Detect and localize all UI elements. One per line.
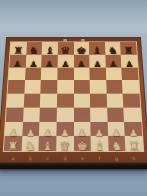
square-a6 xyxy=(8,67,25,80)
square-h7: ♟ xyxy=(121,55,138,68)
square-e6 xyxy=(74,67,90,80)
file-labels: abcdefgh xyxy=(4,156,143,161)
piece-wP-f2: ♟ xyxy=(95,128,104,137)
file-label-b: b xyxy=(29,156,32,161)
board-grid: ♜♞♝♛♚♝♞♜♟♟♟♟♟♟♟♟♟♟♟♟♟♟♟♟♜♞♝♛♚♝♞♜ xyxy=(3,41,145,152)
square-b8: ♞ xyxy=(26,42,42,54)
piece-wB-c1: ♝ xyxy=(42,140,54,152)
piece-bP-d7: ♟ xyxy=(61,60,70,68)
square-c3 xyxy=(40,107,57,121)
square-a3 xyxy=(6,107,24,121)
file-label-d: d xyxy=(64,156,67,161)
square-h6 xyxy=(122,67,139,80)
square-e3 xyxy=(74,107,91,121)
square-e7: ♟ xyxy=(74,55,90,68)
piece-wP-e2: ♟ xyxy=(77,128,86,137)
piece-bP-a7: ♟ xyxy=(13,60,22,68)
square-f6 xyxy=(90,67,106,80)
square-b4 xyxy=(23,94,40,108)
square-b1: ♞ xyxy=(21,136,39,151)
square-g7: ♟ xyxy=(105,55,121,68)
square-g3 xyxy=(107,107,124,121)
piece-wP-c2: ♟ xyxy=(43,128,52,137)
square-d2: ♟ xyxy=(56,122,73,137)
piece-bP-c7: ♟ xyxy=(45,60,54,68)
square-a8: ♜ xyxy=(10,42,26,54)
square-d6 xyxy=(57,67,73,80)
piece-wP-g2: ♟ xyxy=(112,128,122,137)
square-d7: ♟ xyxy=(57,55,73,68)
square-b7: ♟ xyxy=(25,55,41,68)
piece-bP-g7: ♟ xyxy=(109,60,118,68)
square-g2: ♟ xyxy=(107,122,125,137)
piece-wB-f1: ♝ xyxy=(94,140,106,152)
piece-bR-a8: ♜ xyxy=(13,46,24,56)
square-g4 xyxy=(106,94,123,108)
piece-bQ-d8: ♛ xyxy=(60,46,71,56)
square-b6 xyxy=(25,67,42,80)
square-b2: ♟ xyxy=(22,122,40,137)
square-c6 xyxy=(41,67,57,80)
square-h8: ♜ xyxy=(120,42,136,54)
square-g8: ♞ xyxy=(105,42,121,54)
square-a5 xyxy=(8,80,25,93)
piece-bP-e7: ♟ xyxy=(77,60,86,68)
square-b3 xyxy=(23,107,40,121)
file-label-g: g xyxy=(115,156,118,161)
square-h4 xyxy=(123,94,140,108)
square-d3 xyxy=(57,107,74,121)
square-d4 xyxy=(57,94,74,108)
square-h2: ♟ xyxy=(124,122,142,137)
board-frame: ♜♞♝♛♚♝♞♜♟♟♟♟♟♟♟♟♟♟♟♟♟♟♟♟♜♞♝♛♚♝♞♜ abcdefg… xyxy=(0,37,147,163)
board-front-edge xyxy=(0,162,147,169)
square-f4 xyxy=(90,94,107,108)
square-d1: ♛ xyxy=(56,136,73,151)
square-e1: ♚ xyxy=(74,136,91,151)
square-e4 xyxy=(74,94,91,108)
piece-bK-e8: ♚ xyxy=(76,46,87,56)
square-g5 xyxy=(106,80,123,93)
piece-bP-b7: ♟ xyxy=(29,60,38,68)
square-f1: ♝ xyxy=(91,136,109,151)
square-a2: ♟ xyxy=(5,122,23,137)
square-c4 xyxy=(40,94,57,108)
square-a1: ♜ xyxy=(4,136,22,151)
piece-wN-b1: ♞ xyxy=(24,140,36,152)
piece-wP-a2: ♟ xyxy=(9,128,19,137)
piece-wK-e1: ♚ xyxy=(76,140,88,152)
file-label-a: a xyxy=(11,156,14,161)
file-label-h: h xyxy=(132,156,135,161)
square-c5 xyxy=(41,80,58,93)
piece-wP-d2: ♟ xyxy=(60,128,69,137)
square-e2: ♟ xyxy=(74,122,91,137)
square-d5 xyxy=(57,80,73,93)
square-h3 xyxy=(124,107,142,121)
square-f7: ♟ xyxy=(89,55,105,68)
square-b5 xyxy=(24,80,41,93)
square-g6 xyxy=(106,67,123,80)
piece-wQ-d1: ♛ xyxy=(59,140,71,152)
square-d8: ♛ xyxy=(58,42,74,54)
square-e5 xyxy=(74,80,90,93)
square-f2: ♟ xyxy=(90,122,107,137)
file-label-e: e xyxy=(81,156,84,161)
square-a4 xyxy=(7,94,24,108)
square-c7: ♟ xyxy=(41,55,57,68)
piece-wP-b2: ♟ xyxy=(26,128,36,137)
piece-bB-c8: ♝ xyxy=(44,46,55,56)
square-c1: ♝ xyxy=(39,136,57,151)
piece-bN-b8: ♞ xyxy=(29,46,40,56)
square-f8: ♝ xyxy=(89,42,105,54)
piece-wR-h1: ♜ xyxy=(128,140,140,152)
square-h5 xyxy=(122,80,139,93)
piece-wR-a1: ♜ xyxy=(7,140,19,152)
piece-bB-f8: ♝ xyxy=(92,46,103,56)
square-c8: ♝ xyxy=(42,42,58,54)
piece-wN-g1: ♞ xyxy=(111,140,123,152)
file-label-c: c xyxy=(46,156,49,161)
square-f3 xyxy=(90,107,107,121)
piece-bR-h8: ♜ xyxy=(123,46,134,56)
file-label-f: f xyxy=(99,156,101,161)
photo-background: ♜♞♝♛♚♝♞♜♟♟♟♟♟♟♟♟♟♟♟♟♟♟♟♟♜♞♝♛♚♝♞♜ abcdefg… xyxy=(0,0,147,196)
square-g1: ♞ xyxy=(108,136,126,151)
chess-board: ♜♞♝♛♚♝♞♜♟♟♟♟♟♟♟♟♟♟♟♟♟♟♟♟♜♞♝♛♚♝♞♜ abcdefg… xyxy=(0,37,147,163)
square-f5 xyxy=(90,80,107,93)
square-a7: ♟ xyxy=(9,55,26,68)
piece-bP-f7: ♟ xyxy=(93,60,102,68)
piece-bP-h7: ♟ xyxy=(125,60,134,68)
square-e8: ♚ xyxy=(74,42,90,54)
square-c2: ♟ xyxy=(39,122,56,137)
piece-bN-g8: ♞ xyxy=(108,46,119,56)
square-h1: ♜ xyxy=(125,136,143,151)
piece-wP-h2: ♟ xyxy=(129,128,139,137)
